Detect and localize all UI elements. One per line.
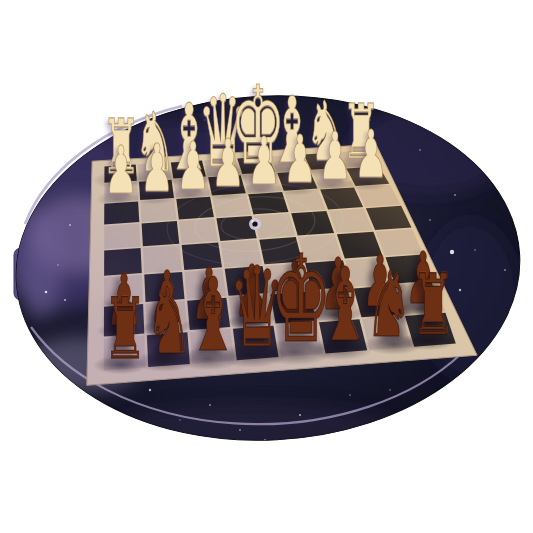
square-r3c0[interactable] [104, 224, 140, 249]
piece-wP-h7[interactable]: ♟ [354, 122, 388, 188]
hole-glint [252, 221, 254, 223]
square-r3c1[interactable] [142, 221, 180, 246]
chess-set-photo: ♜♞♝♛♚♝♞♜♟♟♟♟♟♟♟♟♟♟♟♟♟♟♟♟♜♞♝♛♚♝♞♜ [0, 0, 533, 533]
piece-bR-h1[interactable]: ♜ [412, 263, 455, 347]
square-r3c2[interactable] [179, 219, 218, 244]
